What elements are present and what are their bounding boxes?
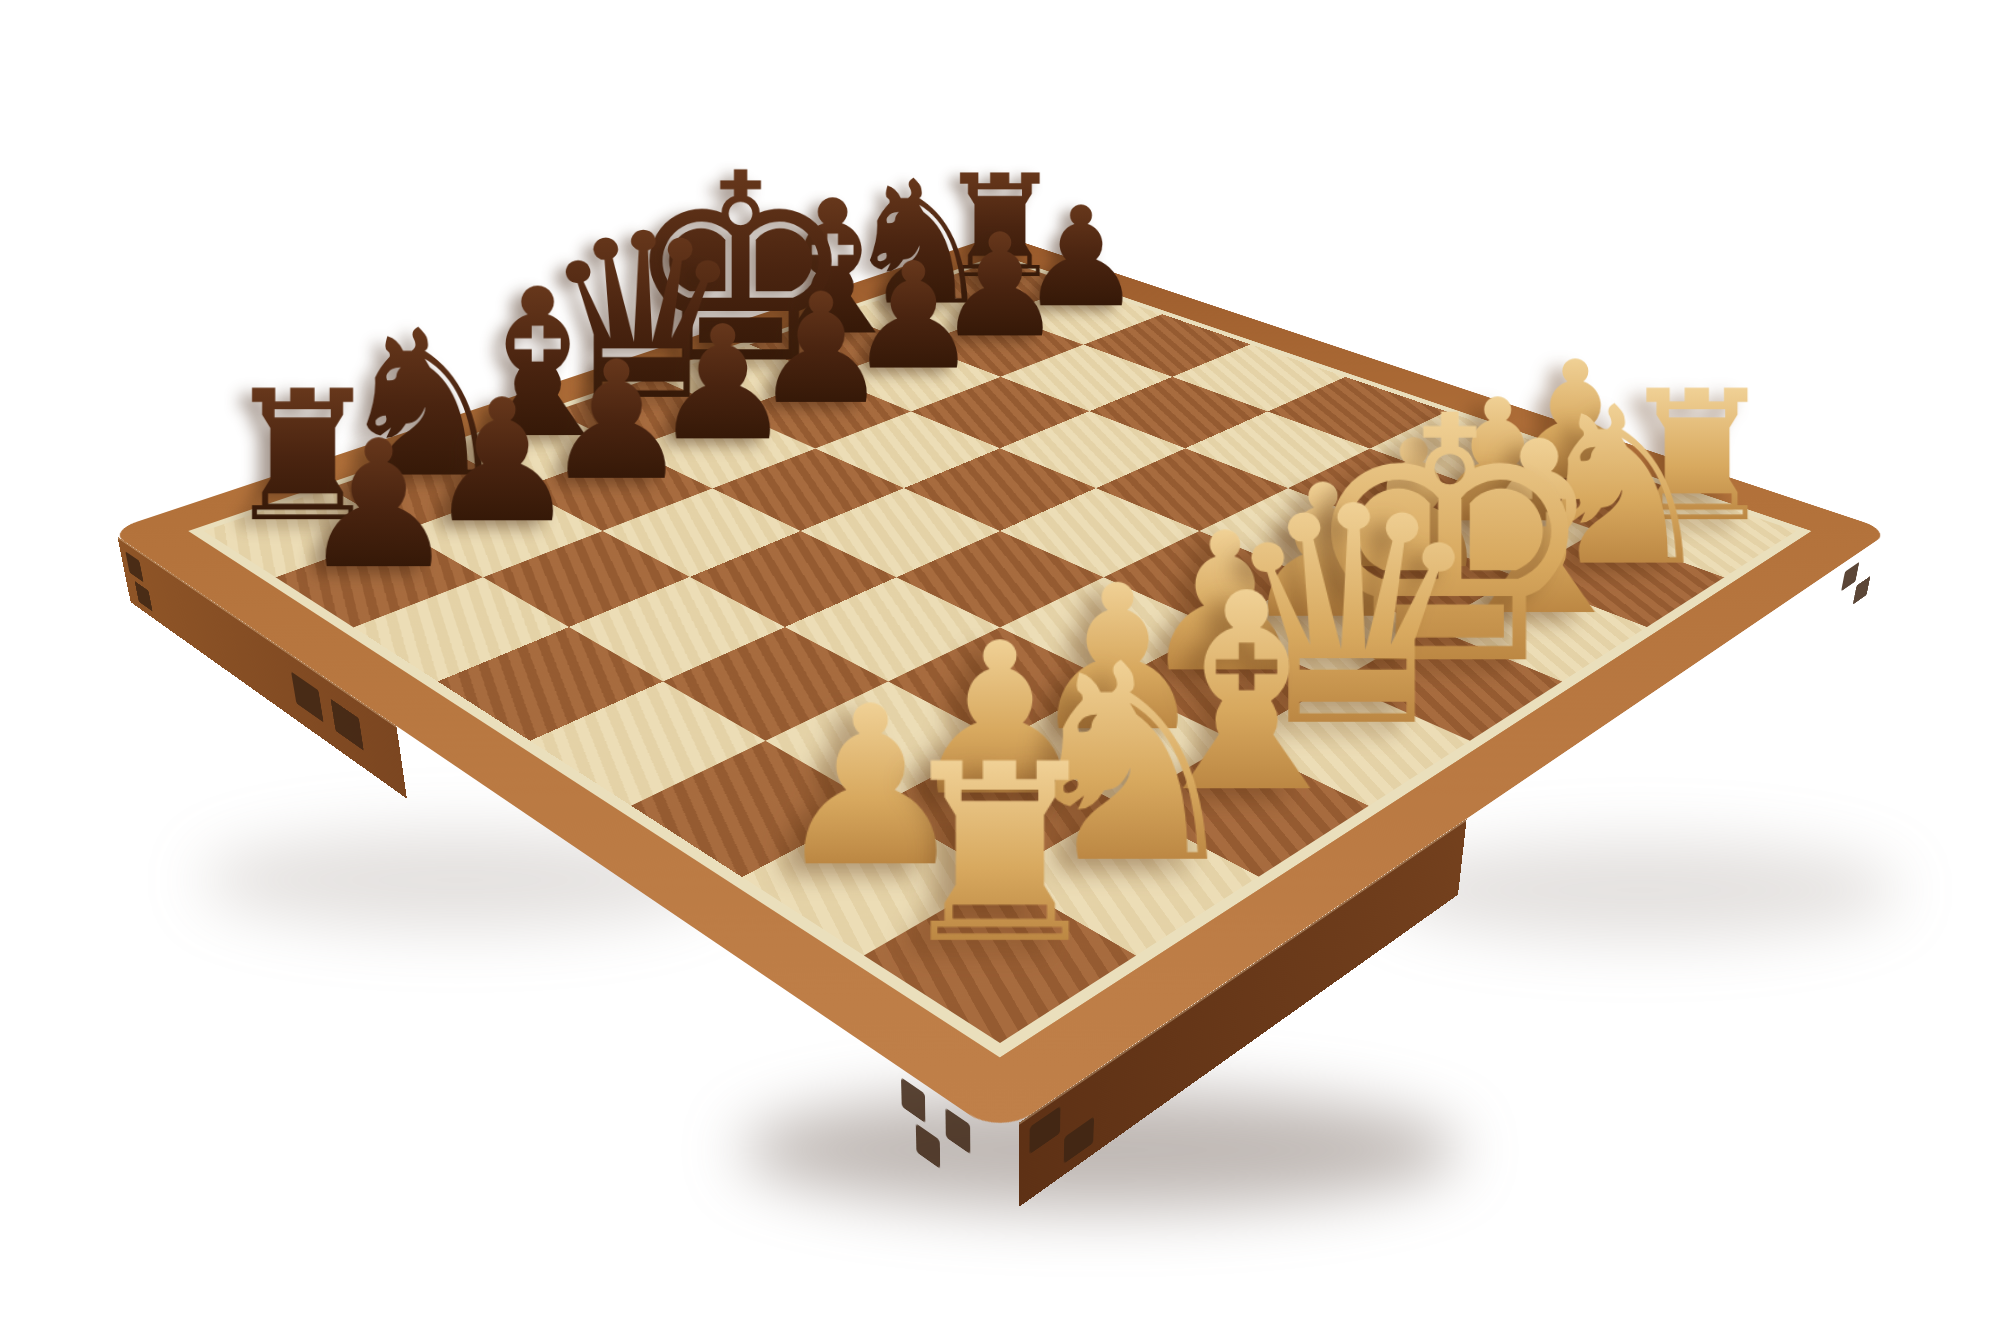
finger-joint-mark: [945, 1108, 970, 1155]
chess-board: ♜♞♝♛♚♝♞♜♟♟♟♟♟♟♟♟♟♟♟♟♟♟♟♟♜♞♝♛♚♝♞♜: [109, 235, 1891, 1136]
finger-joint-mark: [1841, 562, 1859, 592]
board-squares: ♜♞♝♛♚♝♞♜♟♟♟♟♟♟♟♟♟♟♟♟♟♟♟♟♜♞♝♛♚♝♞♜: [204, 259, 1796, 1043]
finger-joint-mark: [1029, 1106, 1060, 1155]
finger-joint-mark: [134, 581, 152, 612]
piece-black-pawn[interactable]: ♟: [202, 416, 556, 593]
hinge-mark: [291, 671, 324, 722]
hinge-mark: [330, 698, 364, 751]
photo-canvas: ♜♞♝♛♚♝♞♜♟♟♟♟♟♟♟♟♟♟♟♟♟♟♟♟♜♞♝♛♚♝♞♜: [0, 0, 2000, 1343]
finger-joint-mark: [125, 551, 144, 582]
finger-joint-mark: [916, 1123, 941, 1169]
piece-white-rook[interactable]: ♜: [768, 732, 1232, 978]
finger-joint-mark: [901, 1077, 926, 1123]
scene: ♜♞♝♛♚♝♞♜♟♟♟♟♟♟♟♟♟♟♟♟♟♟♟♟♜♞♝♛♚♝♞♜: [0, 0, 2000, 1343]
finger-joint-mark: [1064, 1116, 1094, 1164]
